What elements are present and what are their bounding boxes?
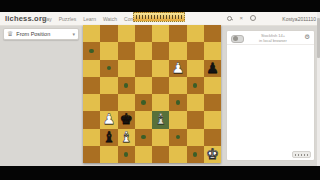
panel-footer-button[interactable] [292, 151, 311, 158]
nav-item-watch[interactable]: Watch [103, 16, 117, 22]
square-h2[interactable] [204, 129, 221, 146]
square-a5[interactable] [83, 77, 100, 94]
square-g4[interactable] [187, 94, 204, 111]
square-a8[interactable] [83, 25, 100, 42]
white-bishop-c2[interactable]: ♝ [118, 129, 135, 146]
square-h7[interactable] [204, 42, 221, 59]
site-header: lichess.org Play Puzzles Learn Watch Com… [0, 12, 320, 26]
square-b4[interactable] [100, 94, 117, 111]
lichess-logo[interactable]: lichess.org [5, 14, 47, 23]
square-d6[interactable] [135, 60, 152, 77]
square-g3[interactable] [187, 111, 204, 128]
window-scrollbar[interactable] [317, 12, 320, 166]
toggle-knob [233, 36, 238, 41]
square-e4[interactable] [152, 94, 169, 111]
variant-select[interactable]: ♕ From Position ▾ [3, 28, 79, 40]
square-f7[interactable] [169, 42, 186, 59]
move-hint-g1[interactable] [193, 152, 198, 157]
move-hint-d4[interactable] [141, 100, 146, 105]
square-c8[interactable] [118, 25, 135, 42]
square-e8[interactable] [152, 25, 169, 42]
gear-icon[interactable]: ⚙ [304, 34, 310, 41]
square-h5[interactable] [204, 77, 221, 94]
nav-item-play[interactable]: Play [42, 16, 52, 22]
square-e6[interactable] [152, 60, 169, 77]
banner-text-scribble [136, 15, 182, 19]
engine-subtitle: in local browser [251, 38, 295, 43]
square-h4[interactable] [204, 94, 221, 111]
nav-item-puzzles[interactable]: Puzzles [59, 16, 77, 22]
move-hint-g5[interactable] [193, 83, 198, 88]
black-bishop-b2[interactable]: ♝ [100, 129, 117, 146]
square-c4[interactable] [118, 94, 135, 111]
square-d8[interactable] [135, 25, 152, 42]
lichess-page: lichess.org Play Puzzles Learn Watch Com… [0, 12, 320, 166]
square-b7[interactable] [100, 42, 117, 59]
variant-crown-icon: ♕ [7, 30, 13, 38]
square-b1[interactable] [100, 146, 117, 163]
white-bishop-e3[interactable]: ♝ [152, 111, 169, 128]
move-hint-a7[interactable] [89, 49, 94, 54]
square-g7[interactable] [187, 42, 204, 59]
square-f1[interactable] [169, 146, 186, 163]
square-h8[interactable] [204, 25, 221, 42]
square-g2[interactable] [187, 129, 204, 146]
square-a2[interactable] [83, 129, 100, 146]
engine-toggle[interactable] [231, 35, 244, 43]
square-b5[interactable] [100, 77, 117, 94]
video-frame: lichess.org Play Puzzles Learn Watch Com… [0, 0, 320, 180]
white-pawn-f6[interactable]: ♟ [169, 60, 186, 77]
variant-label: From Position [16, 31, 72, 37]
move-hint-c5[interactable] [124, 83, 129, 88]
move-hint-c1[interactable] [124, 152, 129, 157]
square-f8[interactable] [169, 25, 186, 42]
square-b8[interactable] [100, 25, 117, 42]
username[interactable]: Kostya2011110 [282, 16, 316, 22]
white-king-h1[interactable]: ♚ [204, 146, 221, 163]
square-d5[interactable] [135, 77, 152, 94]
chess-board[interactable]: ♟♟♟♚♝♝♝♚ [83, 25, 221, 163]
engine-header: Stockfish 14+ in local browser ⚙ [227, 31, 314, 45]
square-f5[interactable] [169, 77, 186, 94]
highlighted-banner[interactable] [133, 12, 185, 22]
square-a1[interactable] [83, 146, 100, 163]
challenge-icon[interactable]: × [239, 16, 243, 21]
square-g8[interactable] [187, 25, 204, 42]
search-icon[interactable] [227, 16, 232, 21]
square-c7[interactable] [118, 42, 135, 59]
square-d3[interactable] [135, 111, 152, 128]
square-c6[interactable] [118, 60, 135, 77]
nav-item-learn[interactable]: Learn [83, 16, 96, 22]
black-pawn-h6[interactable]: ♟ [204, 60, 221, 77]
square-e1[interactable] [152, 146, 169, 163]
square-a3[interactable] [83, 111, 100, 128]
square-e7[interactable] [152, 42, 169, 59]
square-h3[interactable] [204, 111, 221, 128]
square-f3[interactable] [169, 111, 186, 128]
scrollbar-thumb[interactable] [317, 18, 320, 58]
square-g6[interactable] [187, 60, 204, 77]
square-a4[interactable] [83, 94, 100, 111]
square-d7[interactable] [135, 42, 152, 59]
white-pawn-b3[interactable]: ♟ [100, 111, 117, 128]
black-king-c3[interactable]: ♚ [118, 111, 135, 128]
move-hint-f4[interactable] [176, 100, 181, 105]
chevron-down-icon: ▾ [72, 31, 75, 37]
square-d1[interactable] [135, 146, 152, 163]
move-hint-d2[interactable] [141, 135, 146, 140]
analysis-panel: Stockfish 14+ in local browser ⚙ [226, 30, 315, 161]
square-a6[interactable] [83, 60, 100, 77]
square-e2[interactable] [152, 129, 169, 146]
header-icons: × [227, 15, 256, 21]
engine-info: Stockfish 14+ in local browser [251, 33, 295, 43]
notifications-icon[interactable] [250, 15, 256, 21]
square-e5[interactable] [152, 77, 169, 94]
